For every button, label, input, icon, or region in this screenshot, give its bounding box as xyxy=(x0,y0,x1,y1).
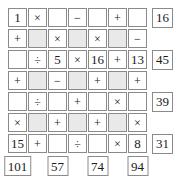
blocked-cell-r2c4 xyxy=(68,29,87,48)
empty-cell-r7c5[interactable] xyxy=(88,134,107,153)
blocked-cell-r2c2 xyxy=(28,29,47,48)
row-target-2: 45 xyxy=(152,50,173,70)
blocked-cell-r4c6 xyxy=(108,71,127,90)
empty-cell-r7c3[interactable] xyxy=(48,134,67,153)
col-target-1: 101 xyxy=(4,156,32,176)
empty-cell-r1c7[interactable] xyxy=(128,8,147,27)
operator-cell-r3c6: + xyxy=(108,50,127,69)
row-target-3: 39 xyxy=(152,92,173,112)
empty-cell-r5c3[interactable] xyxy=(48,92,67,111)
empty-cell-r5c5[interactable] xyxy=(88,92,107,111)
given-number-cell-r7c7: 8 xyxy=(128,134,147,153)
col-target-4: 94 xyxy=(127,156,148,176)
operator-cell-r2c1: + xyxy=(8,29,27,48)
blocked-cell-r6c4 xyxy=(68,113,87,132)
empty-cell-r5c1[interactable] xyxy=(8,92,27,111)
blocked-cell-r6c6 xyxy=(108,113,127,132)
blocked-cell-r4c4 xyxy=(68,71,87,90)
operator-cell-r5c2: ÷ xyxy=(28,92,47,111)
operator-cell-r3c4: × xyxy=(68,50,87,69)
given-number-cell-r7c1: 15 xyxy=(8,134,27,153)
operator-cell-r7c6: × xyxy=(108,134,127,153)
operator-cell-r3c2: ÷ xyxy=(28,50,47,69)
col-target-3: 74 xyxy=(87,156,108,176)
operator-cell-r5c4: + xyxy=(68,92,87,111)
given-number-cell-r3c5: 16 xyxy=(88,50,107,69)
given-number-cell-r1c1: 1 xyxy=(8,8,27,27)
operator-cell-r1c2: × xyxy=(28,8,47,27)
empty-cell-r5c7[interactable] xyxy=(128,92,147,111)
operator-cell-r2c5: × xyxy=(88,29,107,48)
puzzle-board: 1×−++××−÷5×16+13+−++÷+××++×15+÷×8 xyxy=(8,8,147,153)
operator-cell-r1c6: + xyxy=(108,8,127,27)
cross-math-puzzle: 1×−++××−÷5×16+13+−++÷+××++×15+÷×8 164539… xyxy=(0,0,180,180)
operator-cell-r6c3: + xyxy=(48,113,67,132)
empty-cell-r1c5[interactable] xyxy=(88,8,107,27)
operator-cell-r4c5: + xyxy=(88,71,107,90)
operator-cell-r5c6: × xyxy=(108,92,127,111)
empty-cell-r1c3[interactable] xyxy=(48,8,67,27)
row-target-4: 31 xyxy=(152,134,173,154)
blocked-cell-r6c2 xyxy=(28,113,47,132)
blocked-cell-r2c6 xyxy=(108,29,127,48)
blocked-cell-r4c2 xyxy=(28,71,47,90)
operator-cell-r7c2: + xyxy=(28,134,47,153)
given-number-cell-r3c3: 5 xyxy=(48,50,67,69)
operator-cell-r4c1: + xyxy=(8,71,27,90)
given-number-cell-r3c7: 13 xyxy=(128,50,147,69)
operator-cell-r4c7: + xyxy=(128,71,147,90)
col-target-2: 57 xyxy=(47,156,68,176)
operator-cell-r6c1: × xyxy=(8,113,27,132)
row-target-1: 16 xyxy=(152,8,173,28)
operator-cell-r7c4: ÷ xyxy=(68,134,87,153)
operator-cell-r4c3: − xyxy=(48,71,67,90)
empty-cell-r3c1[interactable] xyxy=(8,50,27,69)
operator-cell-r2c7: − xyxy=(128,29,147,48)
operator-cell-r6c5: + xyxy=(88,113,107,132)
operator-cell-r6c7: × xyxy=(128,113,147,132)
operator-cell-r2c3: × xyxy=(48,29,67,48)
operator-cell-r1c4: − xyxy=(68,8,87,27)
